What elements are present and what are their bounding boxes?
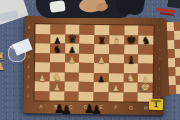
chess-board: 87654321 87654321 ♟♛♜♝♚♞♞♟♟♟♝♟♞♟♞♟♟♟♚ AB… — [23, 16, 164, 115]
square-d3[interactable] — [79, 72, 94, 82]
rank-label-4: 4 — [25, 62, 32, 72]
piece-white-pawn[interactable]: ♟ — [68, 55, 76, 64]
square-d5[interactable] — [79, 53, 94, 63]
square-e8[interactable] — [94, 25, 109, 35]
piece-white-knight[interactable]: ♞ — [126, 73, 135, 83]
square-b8[interactable] — [50, 24, 65, 34]
square-g5[interactable]: ♝ — [124, 54, 139, 64]
square-h6[interactable] — [138, 45, 153, 55]
piece-white-pawn[interactable]: ♟ — [53, 83, 61, 92]
square-g1[interactable] — [123, 92, 138, 102]
piece-black-pawn[interactable]: ♟ — [68, 46, 76, 55]
square-b6[interactable]: ♞ — [50, 43, 65, 53]
piece-white-pawn[interactable]: ♟ — [112, 84, 120, 93]
piece-black-king[interactable]: ♚ — [126, 34, 136, 46]
square-h7[interactable]: ♞ — [139, 35, 154, 45]
square-f5[interactable] — [109, 54, 124, 64]
square-e1[interactable] — [94, 91, 109, 101]
piece-white-king[interactable]: ♚ — [140, 82, 150, 94]
captured-black-pawn: ♟ — [91, 104, 102, 116]
tournament-photo: 87654321 87654321 ♟♛♜♝♚♞♞♟♟♟♝♟♞♟♞♟♟♟♚ AB… — [0, 0, 180, 120]
board-squares: ♟♛♜♝♚♞♞♟♟♟♝♟♞♟♞♟♟♟♚ — [33, 23, 154, 103]
piece-white-bishop[interactable]: ♝ — [112, 35, 122, 46]
square-a1[interactable] — [35, 91, 50, 101]
adjacent-board-squares — [167, 22, 180, 94]
water-glass — [8, 44, 26, 62]
rank-label-8: 8 — [25, 23, 32, 33]
square-c1[interactable] — [64, 91, 79, 101]
square-b3[interactable]: ♞ — [50, 72, 65, 82]
piece-black-bishop[interactable]: ♝ — [126, 54, 136, 65]
square-b2[interactable]: ♟ — [49, 81, 64, 91]
pen-shadow — [160, 12, 174, 15]
square-a3[interactable]: ♟ — [35, 72, 50, 82]
board-number: 1 — [149, 99, 163, 110]
square-e7[interactable]: ♜ — [94, 35, 109, 45]
adjacent-board-square — [176, 76, 180, 85]
square-c3[interactable] — [64, 72, 79, 82]
board-number-tag: 1 — [149, 99, 163, 110]
square-f7[interactable]: ♝ — [109, 35, 124, 45]
square-f2[interactable]: ♟ — [108, 82, 123, 92]
square-c7[interactable]: ♛ — [65, 34, 80, 44]
square-d7[interactable] — [80, 34, 95, 44]
square-a7[interactable] — [35, 34, 50, 44]
square-e5[interactable]: ♟ — [94, 54, 109, 64]
square-g7[interactable]: ♚ — [124, 35, 139, 45]
piece-black-rook[interactable]: ♜ — [97, 36, 106, 46]
square-a4[interactable] — [35, 62, 50, 72]
square-d6[interactable] — [79, 44, 94, 54]
background-object — [0, 10, 19, 21]
piece-black-queen[interactable]: ♛ — [67, 34, 77, 45]
adjacent-board-square — [176, 85, 180, 94]
opponent-suit — [167, 0, 180, 9]
square-h4[interactable] — [138, 64, 153, 74]
square-a8[interactable] — [35, 24, 50, 34]
captured-black-pawn: ♟ — [61, 104, 72, 116]
square-f4[interactable] — [109, 63, 124, 73]
rank-label-2: 2 — [25, 82, 32, 92]
piece-white-pawn[interactable]: ♟ — [98, 56, 106, 65]
adjacent-board-square — [175, 58, 180, 67]
rank-labels-left: 87654321 — [24, 23, 32, 101]
square-d1[interactable] — [79, 91, 94, 101]
file-label-g: G — [123, 102, 138, 112]
captured-white-tray: ♜♟ — [0, 52, 10, 72]
piece-black-knight[interactable]: ♞ — [141, 36, 150, 46]
rank-label-5: 5 — [25, 52, 32, 62]
adjacent-board-square — [174, 31, 180, 40]
square-e3[interactable]: ♟ — [94, 72, 109, 82]
file-label-a: A — [33, 101, 48, 111]
piece-black-pawn[interactable]: ♟ — [97, 75, 105, 84]
square-a6[interactable] — [35, 43, 50, 53]
square-g3[interactable]: ♞ — [123, 73, 138, 83]
shirt-cuff — [49, 0, 65, 13]
piece-white-pawn[interactable]: ♟ — [38, 74, 46, 83]
adjacent-board-square — [175, 49, 180, 58]
square-c2[interactable] — [64, 82, 79, 92]
square-f3[interactable] — [109, 73, 124, 83]
piece-black-knight[interactable]: ♞ — [53, 44, 62, 54]
rank-label-1: 1 — [24, 91, 31, 101]
square-d2[interactable] — [79, 82, 94, 92]
rank-label-3: 3 — [25, 72, 32, 82]
file-label-f: F — [108, 102, 123, 112]
captured-white-pawn: ♟ — [0, 62, 10, 72]
adjacent-board-square — [174, 40, 180, 49]
square-h2[interactable]: ♚ — [138, 83, 153, 93]
square-h5[interactable] — [138, 54, 153, 64]
square-d8[interactable] — [80, 25, 95, 35]
adjacent-board-square — [175, 67, 180, 76]
piece-white-knight[interactable]: ♞ — [52, 72, 61, 82]
adjacent-board-square — [174, 22, 180, 31]
square-b5[interactable] — [50, 53, 65, 63]
square-d4[interactable] — [79, 63, 94, 73]
square-a5[interactable] — [35, 53, 50, 63]
square-c5[interactable]: ♟ — [65, 53, 80, 63]
square-g2[interactable] — [123, 82, 138, 92]
